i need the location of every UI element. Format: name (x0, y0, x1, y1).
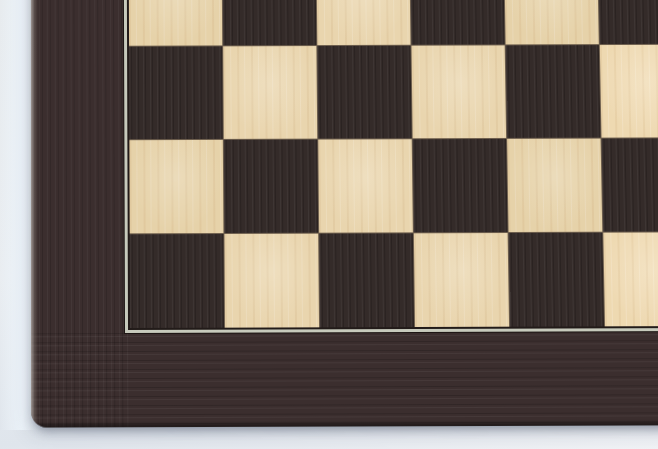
square-d3 (411, 45, 506, 138)
board-inlay-border (123, 0, 658, 333)
board-frame-bottom-rail (31, 325, 658, 428)
square-d2 (413, 139, 508, 232)
square-a1 (130, 234, 224, 328)
square-f1 (603, 232, 658, 326)
chess-board (31, 0, 658, 428)
square-c1 (319, 233, 414, 327)
photo-backdrop: { "game": "chess", "scene": { "type": "p… (0, 0, 658, 449)
square-a3 (129, 46, 223, 139)
square-b1 (224, 234, 319, 328)
square-e3 (506, 45, 601, 138)
square-b3 (223, 46, 317, 139)
square-f3 (600, 45, 658, 138)
square-c4 (316, 0, 410, 45)
square-d4 (410, 0, 504, 45)
square-d1 (414, 233, 509, 327)
board-grid (127, 0, 658, 328)
square-b2 (224, 140, 318, 233)
square-f4 (598, 0, 658, 44)
square-e1 (509, 233, 604, 327)
board-edge-highlight (31, 0, 38, 428)
square-c2 (318, 139, 413, 232)
square-e2 (507, 139, 602, 232)
square-f2 (602, 138, 658, 231)
square-a2 (129, 140, 223, 233)
square-b4 (223, 0, 317, 45)
square-a4 (129, 0, 222, 46)
square-e4 (504, 0, 599, 44)
square-c3 (317, 46, 411, 139)
